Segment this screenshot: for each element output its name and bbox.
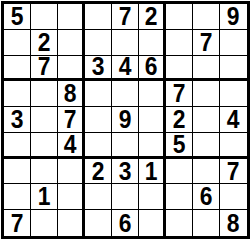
cell-r8c4[interactable]	[85, 184, 112, 210]
cell-r9c2[interactable]	[31, 210, 58, 236]
cell-r8c6[interactable]	[139, 184, 166, 210]
cell-r6c6[interactable]	[139, 133, 166, 159]
cell-r3c4[interactable]: 3	[85, 56, 112, 82]
given-digit: 4	[227, 107, 240, 133]
cell-r5c7[interactable]: 2	[166, 107, 193, 133]
cell-r6c2[interactable]	[31, 133, 58, 159]
cell-r2c6[interactable]	[139, 30, 166, 56]
cell-r4c8[interactable]	[193, 81, 220, 107]
cell-r9c8[interactable]	[193, 210, 220, 236]
given-digit: 7	[119, 4, 132, 30]
cell-r4c1[interactable]	[4, 81, 31, 107]
given-digit: 6	[200, 184, 213, 210]
cell-r2c7[interactable]	[166, 30, 193, 56]
cell-r1c4[interactable]	[85, 4, 112, 30]
cell-r9c7[interactable]	[166, 210, 193, 236]
given-digit: 2	[92, 159, 105, 185]
cell-r8c2[interactable]: 1	[31, 184, 58, 210]
given-digit: 8	[227, 210, 240, 236]
cell-r7c3[interactable]	[58, 159, 85, 185]
cell-r1c3[interactable]	[58, 4, 85, 30]
cell-r6c9[interactable]	[220, 133, 247, 159]
cell-r7c6[interactable]: 1	[139, 159, 166, 185]
given-digit: 8	[64, 81, 77, 107]
cell-r1c8[interactable]	[193, 4, 220, 30]
given-digit: 7	[173, 81, 186, 107]
cell-r4c7[interactable]: 7	[166, 81, 193, 107]
given-digit: 2	[173, 107, 186, 133]
cell-r2c1[interactable]	[4, 30, 31, 56]
cell-r9c5[interactable]: 6	[112, 210, 139, 236]
cell-r3c8[interactable]	[193, 56, 220, 82]
cell-r6c5[interactable]	[112, 133, 139, 159]
cell-r4c9[interactable]	[220, 81, 247, 107]
cell-r2c8[interactable]: 7	[193, 30, 220, 56]
given-digit: 2	[145, 4, 158, 30]
cell-r3c5[interactable]: 4	[112, 56, 139, 82]
cell-r5c9[interactable]: 4	[220, 107, 247, 133]
given-digit: 1	[145, 159, 158, 185]
cell-r3c2[interactable]: 7	[31, 56, 58, 82]
cell-r7c1[interactable]	[4, 159, 31, 185]
cell-r2c2[interactable]: 2	[31, 30, 58, 56]
cell-r9c9[interactable]: 8	[220, 210, 247, 236]
given-digit: 6	[145, 56, 158, 81]
cell-r4c5[interactable]	[112, 81, 139, 107]
given-digit: 6	[119, 210, 132, 236]
cell-r3c6[interactable]: 6	[139, 56, 166, 82]
cell-r1c5[interactable]: 7	[112, 4, 139, 30]
cell-r6c1[interactable]	[4, 133, 31, 159]
cell-r4c4[interactable]	[85, 81, 112, 107]
cell-r5c2[interactable]	[31, 107, 58, 133]
given-digit: 7	[227, 159, 240, 185]
cell-r2c4[interactable]	[85, 30, 112, 56]
cell-r1c6[interactable]: 2	[139, 4, 166, 30]
cell-r1c7[interactable]	[166, 4, 193, 30]
cell-r6c7[interactable]: 5	[166, 133, 193, 159]
cell-r4c2[interactable]	[31, 81, 58, 107]
cell-r9c4[interactable]	[85, 210, 112, 236]
cell-r7c9[interactable]: 7	[220, 159, 247, 185]
given-digit: 3	[119, 159, 132, 185]
cell-r8c5[interactable]	[112, 184, 139, 210]
given-digit: 9	[119, 107, 132, 133]
cell-r5c3[interactable]: 7	[58, 107, 85, 133]
cell-r3c9[interactable]	[220, 56, 247, 82]
given-digit: 4	[64, 133, 77, 158]
cell-r4c3[interactable]: 8	[58, 81, 85, 107]
cell-r1c9[interactable]: 9	[220, 4, 247, 30]
cell-r4c6[interactable]	[139, 81, 166, 107]
cell-r3c1[interactable]	[4, 56, 31, 82]
given-digit: 7	[200, 30, 213, 56]
cell-r8c9[interactable]	[220, 184, 247, 210]
cell-r7c8[interactable]	[193, 159, 220, 185]
cell-r5c5[interactable]: 9	[112, 107, 139, 133]
cell-r7c7[interactable]	[166, 159, 193, 185]
cell-r1c2[interactable]	[31, 4, 58, 30]
cell-r9c3[interactable]	[58, 210, 85, 236]
cell-r5c4[interactable]	[85, 107, 112, 133]
cell-r9c6[interactable]	[139, 210, 166, 236]
given-digit: 9	[227, 4, 240, 30]
cell-r6c8[interactable]	[193, 133, 220, 159]
given-digit: 7	[64, 107, 77, 133]
given-digit: 7	[38, 56, 51, 81]
given-digit: 5	[11, 4, 24, 30]
given-digit: 7	[11, 210, 24, 236]
cell-r1c1[interactable]: 5	[4, 4, 31, 30]
cell-r7c4[interactable]: 2	[85, 159, 112, 185]
given-digit: 2	[38, 30, 51, 56]
cell-r3c7[interactable]	[166, 56, 193, 82]
cell-r2c5[interactable]	[112, 30, 139, 56]
given-digit: 3	[92, 56, 105, 81]
cell-r3c3[interactable]	[58, 56, 85, 82]
cell-r8c1[interactable]	[4, 184, 31, 210]
cell-r5c6[interactable]	[139, 107, 166, 133]
cell-r8c8[interactable]: 6	[193, 184, 220, 210]
cell-r5c1[interactable]: 3	[4, 107, 31, 133]
cell-r7c5[interactable]: 3	[112, 159, 139, 185]
given-digit: 4	[119, 56, 132, 81]
given-digit: 5	[173, 133, 186, 158]
given-digit: 1	[38, 184, 51, 210]
cell-r8c7[interactable]	[166, 184, 193, 210]
given-digit: 3	[11, 107, 24, 133]
cell-r8c3[interactable]	[58, 184, 85, 210]
cell-r5c8[interactable]	[193, 107, 220, 133]
sudoku-board: 5729277346873792445231716768	[1, 1, 250, 239]
cell-r2c3[interactable]	[58, 30, 85, 56]
cell-r6c3[interactable]: 4	[58, 133, 85, 159]
cell-r2c9[interactable]	[220, 30, 247, 56]
cell-r7c2[interactable]	[31, 159, 58, 185]
cell-r9c1[interactable]: 7	[4, 210, 31, 236]
cell-r6c4[interactable]	[85, 133, 112, 159]
